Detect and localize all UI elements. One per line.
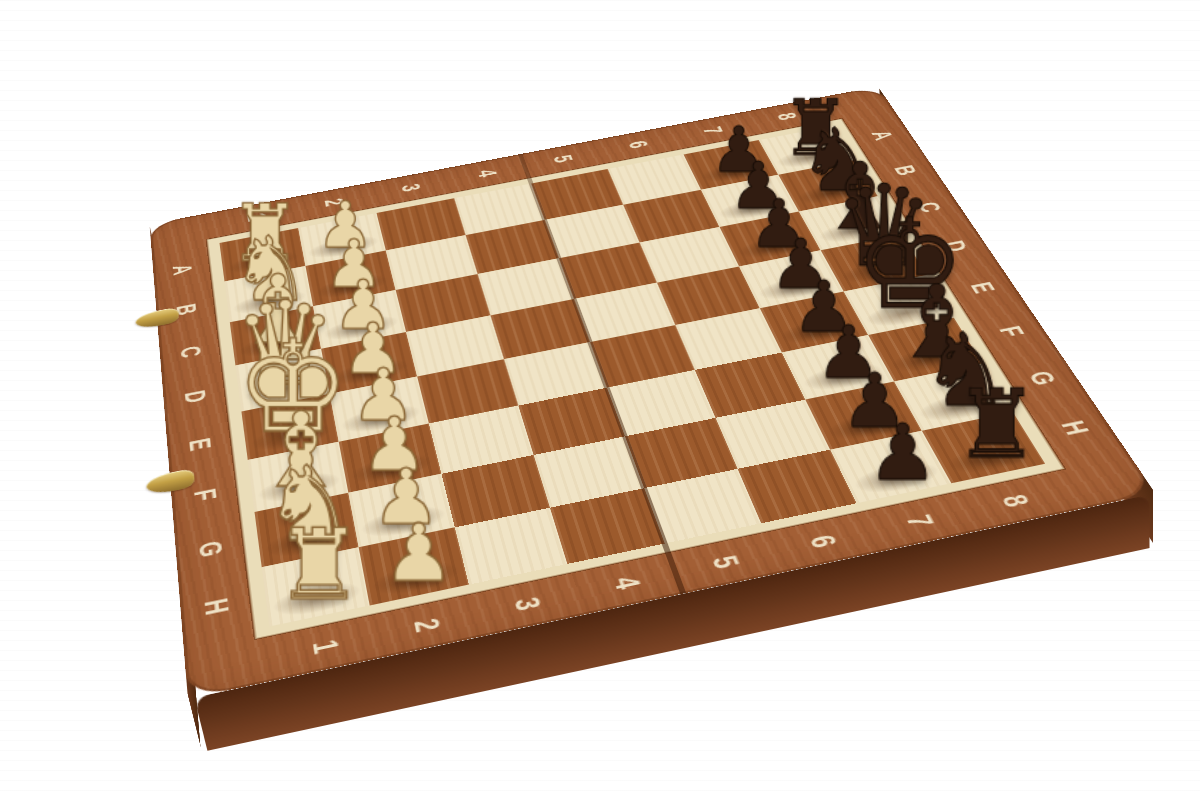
chess-board: ABCDEFGH ABCDEFGH 12345678 12345678 ♜♟♟♜… — [150, 86, 1156, 698]
white-rook[interactable]: ♜ — [275, 519, 363, 612]
board-frame: ABCDEFGH ABCDEFGH 12345678 12345678 ♜♟♟♜… — [150, 86, 1156, 698]
white-pawn[interactable]: ♟ — [383, 516, 454, 591]
square-d3[interactable] — [406, 315, 504, 376]
square-h2[interactable]: ♟ — [359, 527, 469, 605]
black-pawn[interactable]: ♟ — [868, 416, 937, 490]
photo-background: ABCDEFGH ABCDEFGH 12345678 12345678 ♜♟♟♜… — [0, 0, 1200, 800]
square-e6[interactable] — [675, 308, 782, 370]
black-rook[interactable]: ♜ — [954, 380, 1039, 470]
